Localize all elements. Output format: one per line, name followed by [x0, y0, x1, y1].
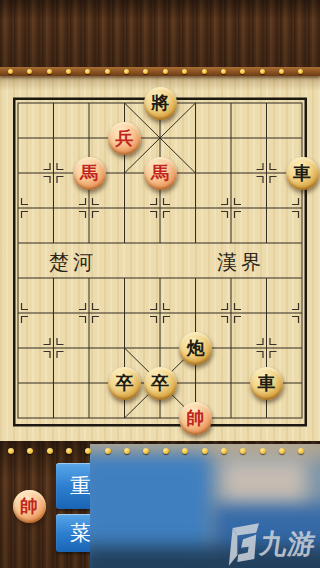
stud-icon: [260, 448, 266, 454]
stud-icon: [202, 69, 207, 74]
stud-icon: [105, 448, 111, 454]
stud-icon: [47, 448, 53, 454]
piece-black-chariot[interactable]: 車: [250, 367, 283, 400]
river-label-right: 漢界: [204, 251, 278, 273]
piece-red-horse[interactable]: 馬: [73, 157, 106, 190]
river-label-left: 楚河: [36, 251, 110, 273]
blurred-popup-overlay[interactable]: 九游: [90, 444, 320, 568]
stud-icon: [8, 448, 14, 454]
piece-black-general[interactable]: 將: [144, 87, 177, 120]
piece-red-general[interactable]: 帥: [179, 402, 212, 435]
tray-general-icon: 帥: [13, 490, 46, 523]
piece-black-cannon[interactable]: 炮: [179, 332, 212, 365]
watermark-text: 九游: [257, 526, 318, 562]
piece-red-soldier[interactable]: 兵: [108, 122, 141, 155]
stud-icon: [163, 448, 169, 454]
stud-icon: [221, 448, 227, 454]
stud-icon: [47, 69, 52, 74]
stud-icon: [260, 69, 265, 74]
piece-black-chariot[interactable]: 車: [286, 157, 319, 190]
piece-red-horse[interactable]: 馬: [144, 157, 177, 190]
watermark: 九游: [226, 520, 320, 568]
stud-icon: [8, 69, 13, 74]
stud-icon: [202, 448, 208, 454]
wood-header: [0, 0, 320, 67]
stud-icon: [66, 448, 72, 454]
stud-icon: [279, 448, 285, 454]
piece-black-soldier[interactable]: 卒: [144, 367, 177, 400]
9game-logo-icon: [226, 521, 260, 567]
stud-icon: [163, 69, 168, 74]
stud-icon: [221, 69, 226, 74]
piece-black-soldier[interactable]: 卒: [108, 367, 141, 400]
stud-icon: [279, 69, 284, 74]
stud-icon: [105, 69, 110, 74]
